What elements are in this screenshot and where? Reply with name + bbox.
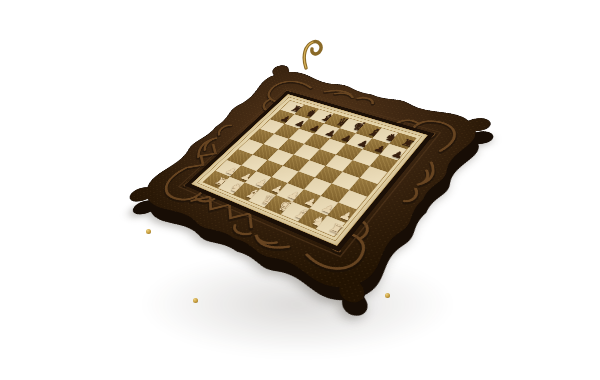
brass-pin-icon <box>146 229 151 234</box>
brass-pin-icon <box>193 298 198 303</box>
brass-clasp-icon <box>299 38 325 70</box>
white-rook[interactable]: ♜ <box>326 221 347 236</box>
brass-pin-icon <box>385 293 390 298</box>
product-photo-chess-set: ♜♞♝♛♚♝♞♜♟♟♟♟♟♟♟♟♟♟♟♟♟♟♟♟♜♞♝♛♚♝♞♜ <box>0 0 600 380</box>
